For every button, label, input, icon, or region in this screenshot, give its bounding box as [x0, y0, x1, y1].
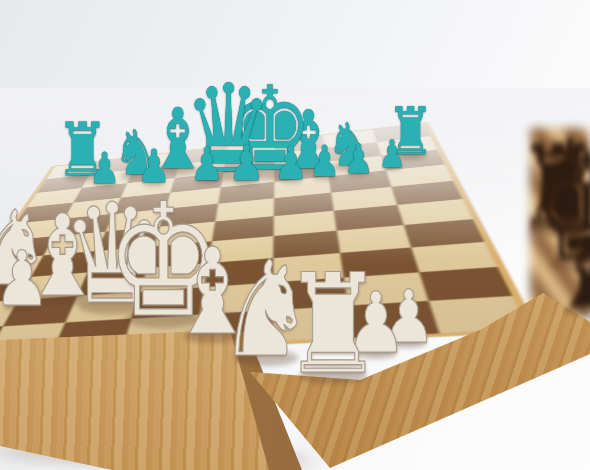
chess-set-photo: ♜♞♟♝♝♚♛♟♞♜♟♟♟♟♟♟♟♜♚♞♝♛♟♝♚♝♟♟♞♜: [0, 0, 590, 470]
piece-black-pawn-d7: ♟: [226, 146, 266, 182]
piece-dark-bishop: ♝: [548, 238, 590, 310]
piece-black-pawn-f7: ♟: [306, 145, 341, 177]
piece-white-pawn-b2: ♟: [0, 251, 53, 307]
piece-black-pawn-g7: ♟: [341, 144, 375, 174]
piece-black-pawn-e7: ♟: [272, 146, 310, 180]
piece-black-pawn-h7: ♟: [376, 140, 407, 168]
piece-white-rook-h1: ♜: [276, 274, 389, 376]
pieces-layer: ♜♞♟♝♝♚♛♟♞♜♟♟♟♟♟♟♟♜♚♞♝♛♟♝♚♝♟♟♞♜: [0, 0, 590, 470]
